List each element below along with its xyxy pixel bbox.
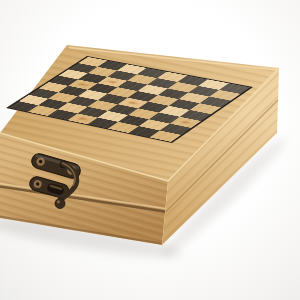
product-photo-chess-box — [0, 0, 300, 300]
hook-ball-finial — [55, 199, 65, 209]
clasp-layer — [0, 0, 300, 300]
clasp-latch — [28, 152, 82, 209]
hook-ball-highlight — [57, 200, 60, 203]
